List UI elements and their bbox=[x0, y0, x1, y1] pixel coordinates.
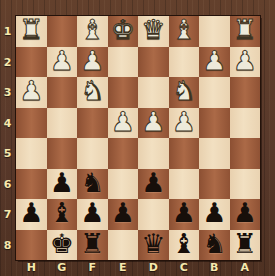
square-e5[interactable] bbox=[108, 138, 139, 169]
square-e3[interactable] bbox=[108, 77, 139, 108]
piece-wP-c4[interactable]: ♟ bbox=[172, 107, 196, 138]
piece-wP-d4[interactable]: ♟ bbox=[141, 107, 165, 138]
square-h3[interactable]: ♟ bbox=[16, 77, 47, 108]
square-b7[interactable]: ♟ bbox=[199, 199, 230, 230]
piece-wN-c3[interactable]: ♞ bbox=[172, 76, 196, 107]
piece-bP-b7[interactable]: ♟ bbox=[202, 198, 226, 229]
square-h5[interactable] bbox=[16, 138, 47, 169]
square-g1[interactable] bbox=[47, 16, 78, 47]
piece-wP-h3[interactable]: ♟ bbox=[19, 76, 43, 107]
square-h4[interactable] bbox=[16, 108, 47, 139]
rank-label-1: 1 bbox=[0, 16, 15, 47]
chess-board: ♜♝♚♛♝♜♟♟♟♟♟♞♞♟♟♟♟♞♟♟♝♟♟♟♟♟♚♜♛♝♞♜ bbox=[16, 16, 260, 260]
piece-bR-a8[interactable]: ♜ bbox=[233, 229, 257, 260]
square-c6[interactable] bbox=[169, 169, 200, 200]
file-label-b: B bbox=[199, 260, 230, 276]
piece-bP-d6[interactable]: ♟ bbox=[141, 168, 165, 199]
rank-label-4: 4 bbox=[0, 108, 15, 139]
square-g4[interactable] bbox=[47, 108, 78, 139]
square-d7[interactable] bbox=[138, 199, 169, 230]
square-b1[interactable] bbox=[199, 16, 230, 47]
square-g6[interactable]: ♟ bbox=[47, 169, 78, 200]
piece-wP-b2[interactable]: ♟ bbox=[202, 46, 226, 77]
square-f5[interactable] bbox=[77, 138, 108, 169]
square-e4[interactable]: ♟ bbox=[108, 108, 139, 139]
square-f4[interactable] bbox=[77, 108, 108, 139]
square-f3[interactable]: ♞ bbox=[77, 77, 108, 108]
piece-bB-c8[interactable]: ♝ bbox=[172, 229, 196, 260]
square-h6[interactable] bbox=[16, 169, 47, 200]
piece-bB-g7[interactable]: ♝ bbox=[50, 198, 74, 229]
file-label-h: H bbox=[16, 260, 47, 276]
square-d8[interactable]: ♛ bbox=[138, 230, 169, 261]
square-a1[interactable]: ♜ bbox=[230, 16, 261, 47]
piece-wP-f2[interactable]: ♟ bbox=[80, 46, 104, 77]
square-c1[interactable]: ♝ bbox=[169, 16, 200, 47]
square-g8[interactable]: ♚ bbox=[47, 230, 78, 261]
file-label-a: A bbox=[230, 260, 261, 276]
file-labels: HGFEDCBA bbox=[16, 260, 260, 276]
piece-bP-g6[interactable]: ♟ bbox=[50, 168, 74, 199]
piece-bP-h7[interactable]: ♟ bbox=[19, 198, 43, 229]
square-b2[interactable]: ♟ bbox=[199, 47, 230, 78]
square-c3[interactable]: ♞ bbox=[169, 77, 200, 108]
piece-wR-a1[interactable]: ♜ bbox=[233, 15, 257, 46]
piece-bR-f8[interactable]: ♜ bbox=[80, 229, 104, 260]
square-a7[interactable]: ♟ bbox=[230, 199, 261, 230]
piece-wB-c1[interactable]: ♝ bbox=[172, 15, 196, 46]
square-e8[interactable] bbox=[108, 230, 139, 261]
square-e2[interactable] bbox=[108, 47, 139, 78]
square-f8[interactable]: ♜ bbox=[77, 230, 108, 261]
square-b5[interactable] bbox=[199, 138, 230, 169]
rank-label-2: 2 bbox=[0, 47, 15, 78]
square-c4[interactable]: ♟ bbox=[169, 108, 200, 139]
chess-board-frame: ♜♝♚♛♝♜♟♟♟♟♟♞♞♟♟♟♟♞♟♟♝♟♟♟♟♟♚♜♛♝♞♜ 1234567… bbox=[0, 0, 275, 276]
square-d5[interactable] bbox=[138, 138, 169, 169]
square-a3[interactable] bbox=[230, 77, 261, 108]
square-a6[interactable] bbox=[230, 169, 261, 200]
rank-label-7: 7 bbox=[0, 199, 15, 230]
piece-bN-f6[interactable]: ♞ bbox=[80, 168, 104, 199]
square-e6[interactable] bbox=[108, 169, 139, 200]
piece-wK-e1[interactable]: ♚ bbox=[111, 15, 135, 46]
rank-label-8: 8 bbox=[0, 230, 15, 261]
piece-wR-h1[interactable]: ♜ bbox=[19, 15, 43, 46]
file-label-f: F bbox=[77, 260, 108, 276]
piece-wN-f3[interactable]: ♞ bbox=[80, 76, 104, 107]
piece-wB-f1[interactable]: ♝ bbox=[80, 15, 104, 46]
piece-wP-a2[interactable]: ♟ bbox=[233, 46, 257, 77]
piece-bP-e7[interactable]: ♟ bbox=[111, 198, 135, 229]
square-f6[interactable]: ♞ bbox=[77, 169, 108, 200]
rank-label-3: 3 bbox=[0, 77, 15, 108]
square-b6[interactable] bbox=[199, 169, 230, 200]
square-h8[interactable] bbox=[16, 230, 47, 261]
square-d2[interactable] bbox=[138, 47, 169, 78]
square-b4[interactable] bbox=[199, 108, 230, 139]
piece-bQ-d8[interactable]: ♛ bbox=[141, 229, 165, 260]
square-c5[interactable] bbox=[169, 138, 200, 169]
square-h2[interactable] bbox=[16, 47, 47, 78]
square-d1[interactable]: ♛ bbox=[138, 16, 169, 47]
square-e7[interactable]: ♟ bbox=[108, 199, 139, 230]
file-label-c: C bbox=[169, 260, 200, 276]
square-d4[interactable]: ♟ bbox=[138, 108, 169, 139]
piece-bK-g8[interactable]: ♚ bbox=[50, 229, 74, 260]
piece-bP-a7[interactable]: ♟ bbox=[233, 198, 257, 229]
square-d3[interactable] bbox=[138, 77, 169, 108]
square-a2[interactable]: ♟ bbox=[230, 47, 261, 78]
file-label-g: G bbox=[47, 260, 78, 276]
piece-wP-e4[interactable]: ♟ bbox=[111, 107, 135, 138]
square-h1[interactable]: ♜ bbox=[16, 16, 47, 47]
piece-bN-b8[interactable]: ♞ bbox=[202, 229, 226, 260]
square-f7[interactable]: ♟ bbox=[77, 199, 108, 230]
square-b8[interactable]: ♞ bbox=[199, 230, 230, 261]
square-b3[interactable] bbox=[199, 77, 230, 108]
file-label-e: E bbox=[108, 260, 139, 276]
rank-label-6: 6 bbox=[0, 169, 15, 200]
rank-labels: 12345678 bbox=[0, 16, 16, 260]
square-g5[interactable] bbox=[47, 138, 78, 169]
piece-wP-g2[interactable]: ♟ bbox=[50, 46, 74, 77]
square-c7[interactable]: ♟ bbox=[169, 199, 200, 230]
square-f2[interactable]: ♟ bbox=[77, 47, 108, 78]
square-a5[interactable] bbox=[230, 138, 261, 169]
piece-bP-f7[interactable]: ♟ bbox=[80, 198, 104, 229]
square-g2[interactable]: ♟ bbox=[47, 47, 78, 78]
file-label-d: D bbox=[138, 260, 169, 276]
square-c2[interactable] bbox=[169, 47, 200, 78]
rank-label-5: 5 bbox=[0, 138, 15, 169]
square-e1[interactable]: ♚ bbox=[108, 16, 139, 47]
piece-wQ-d1[interactable]: ♛ bbox=[141, 15, 165, 46]
square-a4[interactable] bbox=[230, 108, 261, 139]
square-h7[interactable]: ♟ bbox=[16, 199, 47, 230]
square-c8[interactable]: ♝ bbox=[169, 230, 200, 261]
square-g3[interactable] bbox=[47, 77, 78, 108]
square-d6[interactable]: ♟ bbox=[138, 169, 169, 200]
square-f1[interactable]: ♝ bbox=[77, 16, 108, 47]
square-a8[interactable]: ♜ bbox=[230, 230, 261, 261]
square-g7[interactable]: ♝ bbox=[47, 199, 78, 230]
piece-bP-c7[interactable]: ♟ bbox=[172, 198, 196, 229]
